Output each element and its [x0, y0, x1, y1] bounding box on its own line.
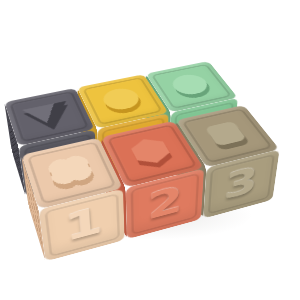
product-photo-soft-blocks: 1 2 3 — [0, 0, 300, 300]
block-number-2: 2 — [147, 181, 183, 225]
block-blush-number-1: 1 — [28, 188, 124, 262]
block-number-1: 1 — [63, 202, 104, 247]
block-number-3: 3 — [223, 162, 260, 205]
